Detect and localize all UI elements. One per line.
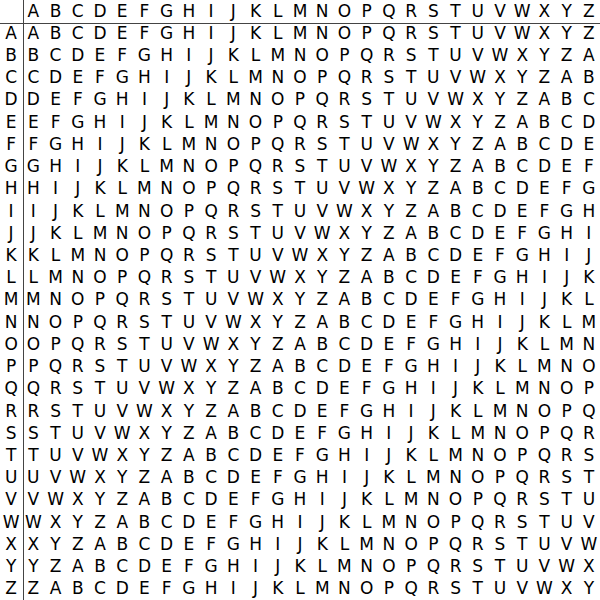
grid-cell: W — [156, 378, 178, 400]
column-header-cell: T — [444, 0, 466, 22]
grid-cell: O — [44, 311, 66, 333]
grid-cell: V — [378, 133, 400, 155]
grid-cell: Z — [556, 44, 578, 66]
grid-cell: H — [156, 44, 178, 66]
grid-cell: W — [378, 156, 400, 178]
grid-cell: D — [311, 378, 333, 400]
grid-cell: M — [444, 444, 466, 466]
grid-cell: Y — [511, 67, 533, 89]
column-header-cell: Z — [578, 0, 600, 22]
grid-cell: A — [267, 356, 289, 378]
grid-cell: Y — [533, 44, 555, 66]
grid-cell: C — [133, 533, 155, 555]
grid-cell: K — [200, 67, 222, 89]
grid-cell: W — [89, 444, 111, 466]
grid-cell: N — [533, 378, 555, 400]
grid-cell: Q — [333, 67, 355, 89]
grid-cell: I — [489, 311, 511, 333]
grid-cell: G — [578, 178, 600, 200]
grid-cell: M — [556, 333, 578, 355]
grid-cell: Y — [578, 578, 600, 600]
grid-cell: X — [444, 111, 466, 133]
grid-cell: T — [444, 22, 466, 44]
grid-cell: U — [467, 22, 489, 44]
grid-cell: M — [422, 467, 444, 489]
grid-cell: J — [89, 156, 111, 178]
grid-cell: N — [356, 556, 378, 578]
grid-cell: Q — [489, 489, 511, 511]
grid-cell: O — [356, 578, 378, 600]
grid-cell: B — [489, 156, 511, 178]
grid-cell: W — [422, 111, 444, 133]
grid-cell: S — [67, 378, 89, 400]
grid-cell: W — [267, 267, 289, 289]
grid-cell: H — [378, 400, 400, 422]
grid-cell: J — [67, 178, 89, 200]
grid-cell: G — [444, 311, 466, 333]
grid-cell: Q — [289, 111, 311, 133]
grid-cell: K — [489, 356, 511, 378]
grid-cell: D — [89, 22, 111, 44]
grid-cell: B — [244, 400, 266, 422]
column-header-cell: B — [44, 0, 66, 22]
grid-cell: A — [444, 178, 466, 200]
grid-cell: T — [44, 422, 66, 444]
grid-cell: L — [467, 400, 489, 422]
grid-cell: E — [533, 178, 555, 200]
grid-cell: C — [222, 444, 244, 466]
grid-cell: F — [289, 444, 311, 466]
grid-cell: Y — [244, 333, 266, 355]
grid-cell: L — [289, 578, 311, 600]
grid-cell: N — [400, 511, 422, 533]
grid-cell: K — [289, 556, 311, 578]
grid-cell: A — [244, 378, 266, 400]
grid-cell: T — [311, 156, 333, 178]
grid-cell: Y — [178, 400, 200, 422]
grid-cell: E — [111, 22, 133, 44]
grid-cell: M — [333, 556, 355, 578]
grid-cell: N — [289, 44, 311, 66]
grid-cell: J — [200, 44, 222, 66]
grid-cell: T — [400, 67, 422, 89]
grid-cell: Z — [111, 489, 133, 511]
grid-cell: A — [556, 67, 578, 89]
column-header-cell: A — [22, 0, 44, 22]
grid-cell: X — [400, 156, 422, 178]
grid-cell: Z — [44, 556, 66, 578]
row-header-cell: L — [0, 267, 22, 289]
grid-cell: F — [444, 289, 466, 311]
grid-cell: C — [400, 267, 422, 289]
grid-cell: T — [333, 133, 355, 155]
grid-cell: L — [222, 67, 244, 89]
grid-cell: L — [400, 467, 422, 489]
grid-cell: F — [356, 378, 378, 400]
grid-cell: G — [44, 133, 66, 155]
grid-cell: F — [467, 267, 489, 289]
grid-cell: H — [178, 22, 200, 44]
grid-cell: U — [67, 422, 89, 444]
grid-cell: O — [178, 178, 200, 200]
grid-cell: B — [178, 467, 200, 489]
grid-cell: K — [133, 133, 155, 155]
grid-cell: R — [444, 556, 466, 578]
grid-cell: U — [156, 333, 178, 355]
grid-cell: U — [178, 311, 200, 333]
grid-cell: U — [89, 400, 111, 422]
grid-cell: Q — [222, 178, 244, 200]
grid-cell: B — [67, 578, 89, 600]
column-header-cell: J — [222, 0, 244, 22]
grid-cell: L — [200, 89, 222, 111]
grid-cell: D — [156, 533, 178, 555]
grid-cell: B — [156, 489, 178, 511]
row-header-cell: N — [0, 311, 22, 333]
grid-cell: D — [578, 111, 600, 133]
grid-cell: K — [111, 156, 133, 178]
grid-cell: W — [178, 356, 200, 378]
grid-cell: Z — [578, 22, 600, 44]
grid-cell: P — [67, 311, 89, 333]
grid-cell: D — [422, 267, 444, 289]
grid-cell: T — [133, 333, 155, 355]
grid-cell: S — [356, 89, 378, 111]
grid-cell: R — [133, 289, 155, 311]
grid-cell: L — [178, 111, 200, 133]
grid-cell: H — [467, 311, 489, 333]
grid-cell: U — [400, 89, 422, 111]
grid-cell: I — [333, 467, 355, 489]
column-header-cell: L — [267, 0, 289, 22]
grid-cell: B — [111, 533, 133, 555]
grid-cell: X — [556, 578, 578, 600]
column-header-cell: K — [244, 0, 266, 22]
grid-cell: F — [556, 178, 578, 200]
grid-cell: U — [556, 511, 578, 533]
grid-cell: D — [533, 156, 555, 178]
grid-cell: V — [89, 422, 111, 444]
grid-cell: D — [200, 489, 222, 511]
grid-cell: V — [267, 244, 289, 266]
grid-cell: A — [111, 511, 133, 533]
grid-cell: N — [556, 356, 578, 378]
grid-cell: Z — [378, 222, 400, 244]
grid-cell: Z — [22, 578, 44, 600]
grid-cell: F — [333, 400, 355, 422]
grid-cell: L — [578, 289, 600, 311]
grid-cell: I — [511, 289, 533, 311]
grid-cell: L — [22, 267, 44, 289]
grid-cell: L — [533, 333, 555, 355]
grid-cell: I — [178, 44, 200, 66]
row-header-cell: B — [0, 44, 22, 66]
grid-cell: K — [422, 422, 444, 444]
grid-cell: G — [67, 111, 89, 133]
grid-cell: Y — [444, 133, 466, 155]
grid-cell: K — [244, 22, 266, 44]
row-header-cell: Z — [0, 578, 22, 600]
grid-cell: F — [311, 422, 333, 444]
grid-cell: D — [244, 444, 266, 466]
grid-cell: O — [533, 400, 555, 422]
grid-cell: E — [178, 533, 200, 555]
grid-cell: M — [222, 89, 244, 111]
row-header-cell: A — [0, 22, 22, 44]
grid-cell: E — [400, 311, 422, 333]
grid-cell: E — [22, 111, 44, 133]
grid-cell: X — [67, 489, 89, 511]
grid-cell: K — [311, 533, 333, 555]
grid-cell: N — [44, 289, 66, 311]
grid-cell: B — [556, 89, 578, 111]
grid-cell: H — [511, 267, 533, 289]
grid-cell: W — [356, 178, 378, 200]
grid-cell: Q — [378, 22, 400, 44]
grid-cell: Q — [200, 200, 222, 222]
grid-cell: Q — [444, 533, 466, 555]
grid-cell: J — [244, 578, 266, 600]
row-header-cell: W — [0, 511, 22, 533]
grid-cell: G — [222, 533, 244, 555]
column-header-cell: H — [178, 0, 200, 22]
grid-cell: U — [333, 156, 355, 178]
grid-cell: T — [200, 267, 222, 289]
grid-cell: A — [289, 333, 311, 355]
grid-cell: O — [467, 467, 489, 489]
grid-cell: E — [267, 444, 289, 466]
grid-cell: H — [356, 422, 378, 444]
grid-cell: P — [178, 200, 200, 222]
column-header-cell: P — [356, 0, 378, 22]
grid-cell: W — [467, 67, 489, 89]
grid-cell: Y — [400, 178, 422, 200]
grid-cell: W — [200, 333, 222, 355]
grid-cell: Z — [533, 67, 555, 89]
grid-cell: U — [422, 67, 444, 89]
grid-cell: O — [22, 333, 44, 355]
grid-cell: K — [444, 400, 466, 422]
grid-cell: O — [156, 200, 178, 222]
grid-cell: F — [511, 222, 533, 244]
grid-cell: O — [111, 244, 133, 266]
grid-cell: P — [333, 44, 355, 66]
grid-cell: W — [67, 467, 89, 489]
grid-cell: R — [467, 533, 489, 555]
grid-cell: F — [200, 533, 222, 555]
grid-cell: U — [378, 111, 400, 133]
grid-cell: B — [222, 422, 244, 444]
grid-cell: G — [22, 156, 44, 178]
grid-cell: R — [289, 133, 311, 155]
grid-cell: Q — [89, 311, 111, 333]
grid-cell: C — [289, 378, 311, 400]
grid-cell: G — [489, 267, 511, 289]
grid-cell: V — [289, 222, 311, 244]
grid-cell: U — [44, 444, 66, 466]
grid-cell: F — [22, 133, 44, 155]
grid-cell: U — [489, 578, 511, 600]
grid-cell: N — [267, 67, 289, 89]
grid-cell: U — [578, 489, 600, 511]
grid-cell: A — [22, 22, 44, 44]
grid-cell: Y — [422, 156, 444, 178]
grid-cell: N — [111, 222, 133, 244]
grid-cell: L — [422, 444, 444, 466]
grid-cell: P — [489, 467, 511, 489]
grid-cell: P — [267, 111, 289, 133]
grid-cell: I — [156, 67, 178, 89]
grid-cell: T — [244, 222, 266, 244]
grid-cell: C — [378, 289, 400, 311]
grid-cell: Q — [467, 511, 489, 533]
grid-cell: H — [400, 378, 422, 400]
grid-cell: S — [178, 267, 200, 289]
row-header-cell: J — [0, 222, 22, 244]
grid-cell: A — [44, 578, 66, 600]
grid-cell: X — [311, 244, 333, 266]
grid-cell: L — [444, 422, 466, 444]
grid-cell: C — [333, 333, 355, 355]
grid-cell: L — [333, 533, 355, 555]
grid-cell: M — [378, 511, 400, 533]
grid-cell: J — [267, 556, 289, 578]
row-header-cell: S — [0, 422, 22, 444]
grid-cell: Q — [356, 44, 378, 66]
grid-cell: T — [556, 489, 578, 511]
grid-cell: F — [67, 89, 89, 111]
grid-cell: B — [444, 200, 466, 222]
row-header-cell: X — [0, 533, 22, 555]
grid-cell: W — [289, 244, 311, 266]
grid-cell: R — [111, 311, 133, 333]
grid-cell: N — [89, 244, 111, 266]
grid-cell: U — [533, 533, 555, 555]
grid-cell: S — [378, 67, 400, 89]
grid-cell: N — [222, 111, 244, 133]
grid-cell: M — [22, 289, 44, 311]
grid-cell: Z — [422, 178, 444, 200]
grid-cell: J — [333, 489, 355, 511]
grid-cell: A — [133, 489, 155, 511]
grid-cell: V — [489, 22, 511, 44]
grid-cell: G — [267, 489, 289, 511]
grid-cell: K — [533, 311, 555, 333]
grid-cell: J — [178, 67, 200, 89]
grid-cell: F — [44, 111, 66, 133]
grid-cell: G — [467, 289, 489, 311]
grid-cell: W — [22, 511, 44, 533]
grid-cell: Y — [378, 200, 400, 222]
grid-cell: O — [289, 67, 311, 89]
grid-cell: T — [511, 533, 533, 555]
grid-cell: J — [378, 444, 400, 466]
grid-cell: O — [444, 489, 466, 511]
grid-cell: O — [244, 111, 266, 133]
grid-cell: Q — [111, 289, 133, 311]
column-header-cell: C — [67, 0, 89, 22]
grid-cell: M — [200, 111, 222, 133]
grid-cell: X — [467, 89, 489, 111]
column-header-cell: M — [289, 0, 311, 22]
grid-cell: P — [289, 89, 311, 111]
grid-cell: J — [467, 356, 489, 378]
grid-cell: F — [267, 467, 289, 489]
grid-cell: Z — [222, 378, 244, 400]
grid-cell: H — [67, 133, 89, 155]
row-header-cell: I — [0, 200, 22, 222]
grid-cell: M — [156, 156, 178, 178]
row-header-cell: T — [0, 444, 22, 466]
grid-cell: S — [156, 289, 178, 311]
grid-cell: Q — [400, 578, 422, 600]
grid-cell: M — [511, 378, 533, 400]
grid-cell: G — [156, 22, 178, 44]
grid-cell: G — [556, 200, 578, 222]
grid-cell: O — [133, 222, 155, 244]
grid-cell: D — [378, 311, 400, 333]
row-header-cell: H — [0, 178, 22, 200]
grid-cell: V — [400, 111, 422, 133]
grid-cell: C — [311, 356, 333, 378]
row-header-cell: O — [0, 333, 22, 355]
grid-cell: Y — [556, 22, 578, 44]
grid-cell: T — [467, 578, 489, 600]
grid-cell: L — [67, 222, 89, 244]
grid-cell: U — [222, 267, 244, 289]
grid-cell: E — [333, 378, 355, 400]
grid-cell: J — [444, 378, 466, 400]
grid-cell: H — [578, 200, 600, 222]
grid-cell: X — [178, 378, 200, 400]
grid-cell: L — [89, 200, 111, 222]
grid-cell: M — [356, 533, 378, 555]
grid-cell: D — [400, 289, 422, 311]
grid-cell: G — [378, 378, 400, 400]
grid-cell: F — [244, 489, 266, 511]
grid-cell: P — [378, 578, 400, 600]
grid-cell: L — [556, 311, 578, 333]
grid-cell: M — [578, 311, 600, 333]
grid-cell: V — [200, 311, 222, 333]
grid-cell: W — [333, 200, 355, 222]
grid-cell: P — [222, 156, 244, 178]
grid-cell: N — [333, 578, 355, 600]
grid-cell: G — [333, 422, 355, 444]
grid-cell: N — [200, 133, 222, 155]
grid-cell: T — [267, 200, 289, 222]
grid-cell: X — [511, 44, 533, 66]
grid-cell: P — [356, 22, 378, 44]
grid-cell: W — [44, 489, 66, 511]
grid-cell: K — [556, 289, 578, 311]
grid-cell: R — [178, 244, 200, 266]
grid-cell: A — [178, 444, 200, 466]
grid-cell: C — [67, 22, 89, 44]
grid-cell: Y — [200, 378, 222, 400]
grid-cell: J — [22, 222, 44, 244]
grid-cell: A — [378, 244, 400, 266]
grid-cell: H — [489, 289, 511, 311]
grid-cell: Y — [333, 244, 355, 266]
grid-cell: J — [400, 422, 422, 444]
grid-cell: Q — [244, 156, 266, 178]
grid-cell: H — [133, 67, 155, 89]
grid-cell: I — [67, 156, 89, 178]
grid-cell: H — [222, 556, 244, 578]
grid-cell: O — [311, 44, 333, 66]
grid-cell: M — [467, 422, 489, 444]
